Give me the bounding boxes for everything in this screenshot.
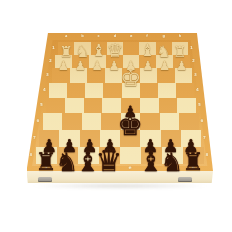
board-square <box>103 83 121 98</box>
board-square <box>179 113 199 130</box>
board-square <box>46 98 65 114</box>
chess-set-photo: aabbccddeeffgghh1122334455667788 ♜♞♝♛♝♞♜… <box>0 0 232 232</box>
file-label-top: a <box>65 35 67 39</box>
file-label-top: h <box>179 35 182 39</box>
board-square <box>107 42 123 55</box>
board-square <box>177 98 196 114</box>
board-square <box>55 55 72 69</box>
board-square <box>70 68 88 83</box>
board-square <box>89 55 106 69</box>
board-square <box>160 113 180 130</box>
board-square <box>39 130 59 147</box>
file-label-top: g <box>162 35 165 39</box>
rank-label-right: 3 <box>194 73 197 77</box>
file-label-bottom: e <box>129 166 132 171</box>
rank-label-right: 8 <box>206 153 209 157</box>
board-square <box>176 83 194 98</box>
board-square <box>84 98 103 114</box>
board-square <box>139 42 155 55</box>
board-square <box>181 130 201 147</box>
board-square <box>91 42 107 55</box>
board-square <box>65 98 84 114</box>
rank-label-right: 4 <box>196 88 199 92</box>
board-square <box>122 68 140 83</box>
board-square <box>140 113 160 130</box>
board-square <box>102 98 121 114</box>
rank-label-left: 3 <box>46 73 49 77</box>
file-label-bottom: d <box>108 166 111 171</box>
board-square <box>140 130 160 147</box>
board-rank-row <box>36 147 204 165</box>
board-square <box>59 130 79 147</box>
board-square <box>62 113 82 130</box>
rank-label-left: 2 <box>49 59 52 63</box>
board-square <box>57 147 78 165</box>
file-label-bottom: h <box>192 166 195 171</box>
board-square <box>80 130 100 147</box>
board-square <box>156 55 173 69</box>
board-square <box>105 68 123 83</box>
board-square <box>106 55 123 69</box>
board-square <box>72 55 89 69</box>
board-square <box>121 113 141 130</box>
file-label-top: f <box>146 35 148 39</box>
board-square <box>173 55 190 69</box>
rank-label-right: 5 <box>198 103 201 107</box>
board-square <box>172 42 188 55</box>
file-label-top: c <box>97 35 99 39</box>
file-label-bottom: c <box>87 166 90 171</box>
board-rank-row <box>55 55 190 69</box>
board-square <box>121 98 140 114</box>
board-square <box>87 68 105 83</box>
board-square <box>101 113 121 130</box>
rank-label-left: 7 <box>33 136 36 140</box>
rank-label-left: 1 <box>52 46 55 50</box>
board-square <box>156 42 172 55</box>
board-square <box>140 83 158 98</box>
file-label-top: b <box>81 35 84 39</box>
file-label-bottom: f <box>150 166 152 171</box>
board-square <box>58 42 74 55</box>
board-square <box>100 130 120 147</box>
board-square <box>183 147 204 165</box>
board-square <box>123 55 140 69</box>
board-square <box>78 147 99 165</box>
board-rank-row <box>46 98 196 114</box>
board-rank-row <box>52 68 192 83</box>
rank-label-left: 4 <box>43 88 46 92</box>
board-square <box>67 83 85 98</box>
board-square <box>141 147 162 165</box>
board-square <box>120 130 140 147</box>
board-square <box>140 98 159 114</box>
rank-label-left: 5 <box>40 103 43 107</box>
file-label-top: d <box>114 35 117 39</box>
rank-label-right: 7 <box>203 136 206 140</box>
rank-label-right: 6 <box>201 119 204 123</box>
board-square <box>52 68 70 83</box>
board-square <box>158 83 176 98</box>
board-square <box>123 42 139 55</box>
board-rank-row <box>39 130 201 147</box>
board-square <box>162 147 183 165</box>
board-square <box>120 147 141 165</box>
board-square <box>74 42 90 55</box>
rank-label-left: 6 <box>37 119 40 123</box>
board-square <box>36 147 57 165</box>
board-square <box>85 83 103 98</box>
board-square <box>175 68 193 83</box>
rank-label-right: 1 <box>190 46 193 50</box>
board-rank-row <box>49 83 194 98</box>
file-label-bottom: g <box>171 166 174 171</box>
board-square <box>157 68 175 83</box>
right-hinge <box>178 177 192 182</box>
board-front-edge <box>27 171 214 183</box>
file-label-bottom: b <box>66 166 69 171</box>
file-label-bottom: a <box>45 166 48 171</box>
file-label-top: e <box>130 35 132 39</box>
board-square <box>139 55 156 69</box>
board-square <box>82 113 102 130</box>
board-rank-row <box>58 42 188 55</box>
board-square <box>140 68 158 83</box>
board-square <box>99 147 120 165</box>
left-hinge <box>38 177 52 182</box>
board-square <box>122 83 140 98</box>
rank-label-right: 2 <box>192 59 195 63</box>
board-square <box>43 113 63 130</box>
board-square <box>49 83 67 98</box>
board-square <box>159 98 178 114</box>
board-square <box>161 130 181 147</box>
board-shadow <box>30 183 210 189</box>
rank-label-left: 8 <box>30 153 33 157</box>
board-rank-row <box>43 113 199 130</box>
